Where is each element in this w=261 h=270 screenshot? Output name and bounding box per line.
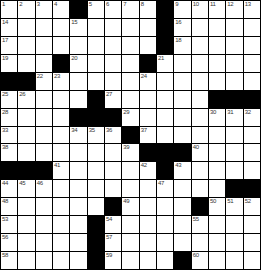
black-cell-r5c2 xyxy=(18,73,34,90)
clue-number-52: 52 xyxy=(245,198,251,205)
cell-r4c6[interactable] xyxy=(88,55,104,72)
cell-r1c1[interactable]: 1 xyxy=(1,1,17,18)
black-cell-r12c12 xyxy=(192,198,208,215)
cell-r9c7[interactable] xyxy=(105,144,121,161)
cell-r2c5[interactable]: 15 xyxy=(70,19,86,36)
black-cell-r10c10 xyxy=(157,162,173,179)
cell-r4c8[interactable] xyxy=(122,55,138,72)
cell-r3c15[interactable] xyxy=(244,37,260,54)
cell-r4c14[interactable] xyxy=(226,55,242,72)
black-cell-r15c6 xyxy=(88,252,104,269)
cell-r4c13[interactable] xyxy=(209,55,225,72)
clue-number-40: 40 xyxy=(193,144,199,151)
black-cell-r1c5 xyxy=(70,1,86,18)
cell-r7c8[interactable]: 29 xyxy=(122,109,138,126)
cell-r10c12[interactable] xyxy=(192,162,208,179)
cell-r1c8[interactable]: 7 xyxy=(122,1,138,18)
cell-r11c2[interactable]: 45 xyxy=(18,180,34,197)
cell-r6c4[interactable] xyxy=(53,91,69,108)
cell-r13c4[interactable] xyxy=(53,216,69,233)
cell-r6c3[interactable] xyxy=(36,91,52,108)
cell-r1c4[interactable]: 4 xyxy=(53,1,69,18)
cell-r15c8[interactable] xyxy=(122,252,138,269)
black-cell-r6c15 xyxy=(244,91,260,108)
cell-r8c4[interactable] xyxy=(53,127,69,144)
cell-r11c10[interactable]: 47 xyxy=(157,180,173,197)
cell-r10c14[interactable] xyxy=(226,162,242,179)
cell-r15c1[interactable]: 58 xyxy=(1,252,17,269)
cell-r1c14[interactable]: 12 xyxy=(226,1,242,18)
cell-r1c9[interactable]: 8 xyxy=(140,1,156,18)
clue-number-15: 15 xyxy=(71,19,77,26)
cell-r4c2[interactable] xyxy=(18,55,34,72)
cell-r5c8[interactable] xyxy=(122,73,138,90)
cell-r12c10[interactable] xyxy=(157,198,173,215)
clue-number-5: 5 xyxy=(89,1,92,8)
cell-r8c3[interactable] xyxy=(36,127,52,144)
cell-r6c12[interactable] xyxy=(192,91,208,108)
cell-r3c1[interactable]: 17 xyxy=(1,37,17,54)
clue-number-35: 35 xyxy=(89,127,95,134)
cell-r7c13[interactable]: 30 xyxy=(209,109,225,126)
cell-r5c6[interactable] xyxy=(88,73,104,90)
cell-r8c12[interactable] xyxy=(192,127,208,144)
clue-number-38: 38 xyxy=(2,144,8,151)
cell-r13c7[interactable]: 54 xyxy=(105,216,121,233)
clue-number-50: 50 xyxy=(210,198,216,205)
clue-number-29: 29 xyxy=(123,109,129,116)
cell-r1c2[interactable]: 2 xyxy=(18,1,34,18)
clue-number-8: 8 xyxy=(141,1,144,8)
cell-r4c1[interactable]: 19 xyxy=(1,55,17,72)
clue-number-45: 45 xyxy=(19,180,25,187)
clue-number-59: 59 xyxy=(106,252,112,259)
clue-number-16: 16 xyxy=(175,19,181,26)
cell-r4c12[interactable] xyxy=(192,55,208,72)
cell-r8c2[interactable] xyxy=(18,127,34,144)
black-cell-r6c13 xyxy=(209,91,225,108)
cell-r2c13[interactable] xyxy=(209,19,225,36)
cell-r7c9[interactable] xyxy=(140,109,156,126)
cell-r13c11[interactable] xyxy=(174,216,190,233)
cell-r13c8[interactable] xyxy=(122,216,138,233)
black-cell-r7c7 xyxy=(105,109,121,126)
cell-r14c9[interactable] xyxy=(140,234,156,251)
cell-r11c12[interactable] xyxy=(192,180,208,197)
cell-r13c10[interactable] xyxy=(157,216,173,233)
clue-number-30: 30 xyxy=(210,109,216,116)
cell-r15c9[interactable] xyxy=(140,252,156,269)
cell-r14c4[interactable] xyxy=(53,234,69,251)
cell-r3c7[interactable] xyxy=(105,37,121,54)
clue-number-54: 54 xyxy=(106,216,112,223)
cell-r9c6[interactable] xyxy=(88,144,104,161)
cell-r14c1[interactable]: 56 xyxy=(1,234,17,251)
cell-r4c10[interactable]: 21 xyxy=(157,55,173,72)
cell-r6c7[interactable]: 27 xyxy=(105,91,121,108)
cell-r3c14[interactable] xyxy=(226,37,242,54)
cell-r9c2[interactable] xyxy=(18,144,34,161)
clue-number-17: 17 xyxy=(2,37,8,44)
cell-r9c1[interactable]: 38 xyxy=(1,144,17,161)
cell-r10c4[interactable]: 41 xyxy=(53,162,69,179)
clue-number-10: 10 xyxy=(193,1,199,8)
cell-r14c10[interactable] xyxy=(157,234,173,251)
cell-r6c8[interactable] xyxy=(122,91,138,108)
cell-r14c12[interactable] xyxy=(192,234,208,251)
black-cell-r11c15 xyxy=(244,180,260,197)
clue-number-58: 58 xyxy=(2,252,8,259)
cell-r10c15[interactable] xyxy=(244,162,260,179)
clue-number-4: 4 xyxy=(54,1,57,8)
clue-number-43: 43 xyxy=(175,162,181,169)
cell-r13c13[interactable] xyxy=(209,216,225,233)
cell-r2c1[interactable]: 14 xyxy=(1,19,17,36)
clue-number-21: 21 xyxy=(158,55,164,62)
clue-number-14: 14 xyxy=(2,19,8,26)
cell-r11c3[interactable]: 46 xyxy=(36,180,52,197)
black-cell-r15c11 xyxy=(174,252,190,269)
cell-r5c4[interactable]: 23 xyxy=(53,73,69,90)
cell-r4c15[interactable] xyxy=(244,55,260,72)
black-cell-r10c2 xyxy=(18,162,34,179)
cell-r8c1[interactable]: 33 xyxy=(1,127,17,144)
cell-r1c15[interactable]: 13 xyxy=(244,1,260,18)
cell-r3c11[interactable]: 18 xyxy=(174,37,190,54)
cell-r5c14[interactable] xyxy=(226,73,242,90)
cell-r7c4[interactable] xyxy=(53,109,69,126)
cell-r3c6[interactable] xyxy=(88,37,104,54)
black-cell-r7c5 xyxy=(70,109,86,126)
cell-r13c5[interactable] xyxy=(70,216,86,233)
clue-number-34: 34 xyxy=(71,127,77,134)
black-cell-r14c6 xyxy=(88,234,104,251)
cell-r1c7[interactable]: 6 xyxy=(105,1,121,18)
black-cell-r9c9 xyxy=(140,144,156,161)
cell-r7c12[interactable] xyxy=(192,109,208,126)
cell-r7c3[interactable] xyxy=(36,109,52,126)
clue-number-25: 25 xyxy=(2,91,8,98)
black-cell-r4c4 xyxy=(53,55,69,72)
cell-r6c1[interactable]: 25 xyxy=(1,91,17,108)
cell-r6c10[interactable] xyxy=(157,91,173,108)
clue-number-55: 55 xyxy=(193,216,199,223)
cell-r2c12[interactable] xyxy=(192,19,208,36)
cell-r7c1[interactable]: 28 xyxy=(1,109,17,126)
clue-number-56: 56 xyxy=(2,234,8,241)
cell-r4c11[interactable] xyxy=(174,55,190,72)
cell-r5c9[interactable]: 24 xyxy=(140,73,156,90)
clue-number-11: 11 xyxy=(210,1,216,8)
cell-r10c7[interactable] xyxy=(105,162,121,179)
black-cell-r4c9 xyxy=(140,55,156,72)
cell-r3c5[interactable] xyxy=(70,37,86,54)
cell-r12c3[interactable] xyxy=(36,198,52,215)
clue-number-47: 47 xyxy=(158,180,164,187)
crossword-grid: 1234567891011121314151617181920212223242… xyxy=(0,0,261,270)
clue-number-39: 39 xyxy=(123,144,129,151)
cell-r8c9[interactable]: 37 xyxy=(140,127,156,144)
cell-r3c4[interactable] xyxy=(53,37,69,54)
cell-r5c7[interactable] xyxy=(105,73,121,90)
cell-r15c3[interactable] xyxy=(36,252,52,269)
cell-r10c5[interactable] xyxy=(70,162,86,179)
cell-r6c5[interactable] xyxy=(70,91,86,108)
cell-r3c9[interactable] xyxy=(140,37,156,54)
cell-r11c4[interactable] xyxy=(53,180,69,197)
cell-r14c2[interactable] xyxy=(18,234,34,251)
cell-r2c11[interactable]: 16 xyxy=(174,19,190,36)
cell-r10c6[interactable] xyxy=(88,162,104,179)
clue-number-33: 33 xyxy=(2,127,8,134)
cell-r8c11[interactable] xyxy=(174,127,190,144)
black-cell-r2c10 xyxy=(157,19,173,36)
clue-number-41: 41 xyxy=(54,162,60,169)
cell-r9c8[interactable]: 39 xyxy=(122,144,138,161)
cell-r7c14[interactable]: 31 xyxy=(226,109,242,126)
cell-r10c13[interactable] xyxy=(209,162,225,179)
cell-r13c1[interactable]: 53 xyxy=(1,216,17,233)
cell-r5c15[interactable] xyxy=(244,73,260,90)
cell-r8c15[interactable] xyxy=(244,127,260,144)
cell-r13c2[interactable] xyxy=(18,216,34,233)
cell-r9c3[interactable] xyxy=(36,144,52,161)
clue-number-28: 28 xyxy=(2,109,8,116)
cell-r2c6[interactable] xyxy=(88,19,104,36)
cell-r5c10[interactable] xyxy=(157,73,173,90)
cell-r5c3[interactable]: 22 xyxy=(36,73,52,90)
cell-r9c12[interactable]: 40 xyxy=(192,144,208,161)
cell-r5c11[interactable] xyxy=(174,73,190,90)
cell-r13c9[interactable] xyxy=(140,216,156,233)
clue-number-6: 6 xyxy=(106,1,109,8)
clue-number-31: 31 xyxy=(227,109,233,116)
cell-r8c10[interactable] xyxy=(157,127,173,144)
black-cell-r5c1 xyxy=(1,73,17,90)
clue-number-3: 3 xyxy=(37,1,40,8)
clue-number-57: 57 xyxy=(106,234,112,241)
cell-r11c5[interactable] xyxy=(70,180,86,197)
cell-r7c2[interactable] xyxy=(18,109,34,126)
clue-number-49: 49 xyxy=(123,198,129,205)
cell-r15c15[interactable] xyxy=(244,252,260,269)
cell-r11c7[interactable] xyxy=(105,180,121,197)
cell-r2c7[interactable] xyxy=(105,19,121,36)
black-cell-r6c6 xyxy=(88,91,104,108)
cell-r12c2[interactable] xyxy=(18,198,34,215)
cell-r4c7[interactable] xyxy=(105,55,121,72)
clue-number-26: 26 xyxy=(19,91,25,98)
cell-r15c13[interactable] xyxy=(209,252,225,269)
clue-number-23: 23 xyxy=(54,73,60,80)
cell-r4c3[interactable] xyxy=(36,55,52,72)
black-cell-r6c14 xyxy=(226,91,242,108)
clue-number-24: 24 xyxy=(141,73,147,80)
clue-number-32: 32 xyxy=(245,109,251,116)
clue-number-13: 13 xyxy=(245,1,251,8)
cell-r12c1[interactable]: 48 xyxy=(1,198,17,215)
cell-r12c6[interactable] xyxy=(88,198,104,215)
clue-number-7: 7 xyxy=(123,1,126,8)
cell-r13c14[interactable] xyxy=(226,216,242,233)
cell-r12c14[interactable]: 51 xyxy=(226,198,242,215)
clue-number-2: 2 xyxy=(19,1,22,8)
clue-number-46: 46 xyxy=(37,180,43,187)
cell-r2c3[interactable] xyxy=(36,19,52,36)
cell-r6c9[interactable] xyxy=(140,91,156,108)
cell-r11c13[interactable] xyxy=(209,180,225,197)
cell-r11c9[interactable] xyxy=(140,180,156,197)
black-cell-r13c6 xyxy=(88,216,104,233)
cell-r13c15[interactable] xyxy=(244,216,260,233)
clue-number-53: 53 xyxy=(2,216,8,223)
cell-r12c11[interactable] xyxy=(174,198,190,215)
cell-r13c12[interactable]: 55 xyxy=(192,216,208,233)
cell-r1c12[interactable]: 10 xyxy=(192,1,208,18)
cell-r13c3[interactable] xyxy=(36,216,52,233)
black-cell-r8c8 xyxy=(122,127,138,144)
cell-r7c15[interactable]: 32 xyxy=(244,109,260,126)
clue-number-51: 51 xyxy=(227,198,233,205)
black-cell-r7c6 xyxy=(88,109,104,126)
cell-r11c11[interactable] xyxy=(174,180,190,197)
cell-r14c11[interactable] xyxy=(174,234,190,251)
cell-r5c13[interactable] xyxy=(209,73,225,90)
cell-r15c10[interactable] xyxy=(157,252,173,269)
cell-r3c8[interactable] xyxy=(122,37,138,54)
cell-r4c5[interactable]: 20 xyxy=(70,55,86,72)
black-cell-r1c10 xyxy=(157,1,173,18)
clue-number-27: 27 xyxy=(106,91,112,98)
black-cell-r10c1 xyxy=(1,162,17,179)
cell-r10c8[interactable] xyxy=(122,162,138,179)
cell-r14c5[interactable] xyxy=(70,234,86,251)
cell-r1c6[interactable]: 5 xyxy=(88,1,104,18)
cell-r2c15[interactable] xyxy=(244,19,260,36)
cell-r5c12[interactable] xyxy=(192,73,208,90)
cell-r5c5[interactable] xyxy=(70,73,86,90)
clue-number-44: 44 xyxy=(2,180,8,187)
cell-r9c4[interactable] xyxy=(53,144,69,161)
cell-r7c11[interactable] xyxy=(174,109,190,126)
cell-r15c7[interactable]: 59 xyxy=(105,252,121,269)
cell-r11c8[interactable] xyxy=(122,180,138,197)
cell-r2c2[interactable] xyxy=(18,19,34,36)
cell-r2c9[interactable] xyxy=(140,19,156,36)
black-cell-r3c10 xyxy=(157,37,173,54)
cell-r8c13[interactable] xyxy=(209,127,225,144)
cell-r12c9[interactable] xyxy=(140,198,156,215)
cell-r8c5[interactable]: 34 xyxy=(70,127,86,144)
cell-r14c14[interactable] xyxy=(226,234,242,251)
cell-r14c15[interactable] xyxy=(244,234,260,251)
cell-r15c4[interactable] xyxy=(53,252,69,269)
cell-r15c12[interactable]: 60 xyxy=(192,252,208,269)
cell-r9c13[interactable] xyxy=(209,144,225,161)
clue-number-18: 18 xyxy=(175,37,181,44)
cell-r14c3[interactable] xyxy=(36,234,52,251)
cell-r8c6[interactable]: 35 xyxy=(88,127,104,144)
cell-r2c4[interactable] xyxy=(53,19,69,36)
black-cell-r12c7 xyxy=(105,198,121,215)
cell-r3c12[interactable] xyxy=(192,37,208,54)
cell-r8c7[interactable]: 36 xyxy=(105,127,121,144)
cell-r10c9[interactable]: 42 xyxy=(140,162,156,179)
clue-number-22: 22 xyxy=(37,73,43,80)
cell-r8c14[interactable] xyxy=(226,127,242,144)
cell-r11c6[interactable] xyxy=(88,180,104,197)
cell-r7c10[interactable] xyxy=(157,109,173,126)
cell-r12c15[interactable]: 52 xyxy=(244,198,260,215)
cell-r2c8[interactable] xyxy=(122,19,138,36)
cell-r14c7[interactable]: 57 xyxy=(105,234,121,251)
cell-r11c1[interactable]: 44 xyxy=(1,180,17,197)
cell-r3c3[interactable] xyxy=(36,37,52,54)
clue-number-12: 12 xyxy=(227,1,233,8)
cell-r12c8[interactable]: 49 xyxy=(122,198,138,215)
cell-r12c5[interactable] xyxy=(70,198,86,215)
cell-r2c14[interactable] xyxy=(226,19,242,36)
clue-number-36: 36 xyxy=(106,127,112,134)
black-cell-r9c10 xyxy=(157,144,173,161)
cell-r14c13[interactable] xyxy=(209,234,225,251)
cell-r14c8[interactable] xyxy=(122,234,138,251)
cell-r3c13[interactable] xyxy=(209,37,225,54)
black-cell-r10c3 xyxy=(36,162,52,179)
cell-r1c11[interactable]: 9 xyxy=(174,1,190,18)
cell-r9c15[interactable] xyxy=(244,144,260,161)
cell-r9c14[interactable] xyxy=(226,144,242,161)
cell-r15c5[interactable] xyxy=(70,252,86,269)
cell-r10c11[interactable]: 43 xyxy=(174,162,190,179)
clue-number-37: 37 xyxy=(141,127,147,134)
clue-number-19: 19 xyxy=(2,55,8,62)
cell-r15c14[interactable] xyxy=(226,252,242,269)
clue-number-42: 42 xyxy=(141,162,147,169)
cell-r12c13[interactable]: 50 xyxy=(209,198,225,215)
cell-r9c5[interactable] xyxy=(70,144,86,161)
cell-r12c4[interactable] xyxy=(53,198,69,215)
clue-number-60: 60 xyxy=(193,252,199,259)
clue-number-1: 1 xyxy=(2,1,5,8)
cell-r3c2[interactable] xyxy=(18,37,34,54)
cell-r15c2[interactable] xyxy=(18,252,34,269)
black-cell-r11c14 xyxy=(226,180,242,197)
black-cell-r9c11 xyxy=(174,144,190,161)
clue-number-20: 20 xyxy=(71,55,77,62)
cell-r1c3[interactable]: 3 xyxy=(36,1,52,18)
clue-number-9: 9 xyxy=(175,1,178,8)
cell-r6c11[interactable] xyxy=(174,91,190,108)
cell-r1c13[interactable]: 11 xyxy=(209,1,225,18)
cell-r6c2[interactable]: 26 xyxy=(18,91,34,108)
clue-number-48: 48 xyxy=(2,198,8,205)
